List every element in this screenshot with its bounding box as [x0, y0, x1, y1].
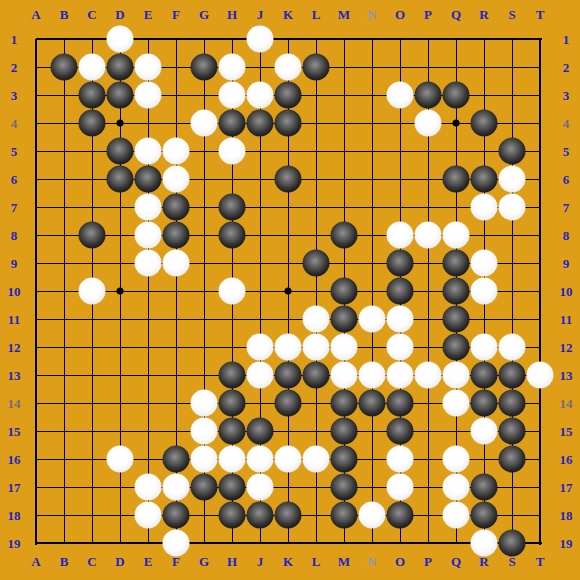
coord-label-left-10: 10	[8, 285, 21, 298]
stone-white-O16[interactable]	[387, 446, 414, 473]
stone-white-Q18[interactable]	[443, 502, 470, 529]
stone-black-Q9[interactable]	[443, 250, 470, 277]
coord-label-top-J: J	[257, 8, 264, 21]
coord-label-top-F: F	[172, 8, 180, 21]
coord-label-bottom-T: T	[536, 555, 545, 568]
star-point	[453, 120, 460, 127]
stone-black-S5[interactable]	[499, 138, 526, 165]
stone-white-E3[interactable]	[135, 82, 162, 109]
stone-black-D3[interactable]	[107, 82, 134, 109]
stone-black-F8[interactable]	[163, 222, 190, 249]
stone-black-O15[interactable]	[387, 418, 414, 445]
coord-label-bottom-P: P	[424, 555, 432, 568]
stone-white-F9[interactable]	[163, 250, 190, 277]
stone-white-E18[interactable]	[135, 502, 162, 529]
coord-label-left-16: 16	[8, 453, 21, 466]
coord-label-top-C: C	[87, 8, 96, 21]
stone-white-H2[interactable]	[219, 54, 246, 81]
grid-line-horizontal	[36, 542, 542, 544]
stone-white-T13[interactable]	[527, 362, 554, 389]
coord-label-left-7: 7	[11, 201, 18, 214]
stone-white-J13[interactable]	[247, 362, 274, 389]
stone-white-O3[interactable]	[387, 82, 414, 109]
stone-black-J4[interactable]	[247, 110, 274, 137]
coord-label-left-1: 1	[11, 33, 18, 46]
go-board[interactable]: AABBCCDDEEFFGGHHJJKKLLMMNNOOPPQQRRSSTT11…	[0, 0, 580, 580]
stone-black-H7[interactable]	[219, 194, 246, 221]
stone-black-R4[interactable]	[471, 110, 498, 137]
stone-black-K18[interactable]	[275, 502, 302, 529]
stone-white-C10[interactable]	[79, 278, 106, 305]
stone-black-S15[interactable]	[499, 418, 526, 445]
stone-white-Q8[interactable]	[443, 222, 470, 249]
stone-white-G14[interactable]	[191, 390, 218, 417]
coord-label-bottom-D: D	[115, 555, 124, 568]
stone-black-S14[interactable]	[499, 390, 526, 417]
coord-label-top-R: R	[479, 8, 488, 21]
stone-white-R7[interactable]	[471, 194, 498, 221]
coord-label-right-14: 14	[560, 397, 573, 410]
stone-white-C2[interactable]	[79, 54, 106, 81]
stone-black-H4[interactable]	[219, 110, 246, 137]
coord-label-top-M: M	[338, 8, 350, 21]
stone-white-H5[interactable]	[219, 138, 246, 165]
coord-label-top-O: O	[395, 8, 405, 21]
stone-black-K4[interactable]	[275, 110, 302, 137]
coord-label-top-P: P	[424, 8, 432, 21]
stone-black-K3[interactable]	[275, 82, 302, 109]
coord-label-top-T: T	[536, 8, 545, 21]
coord-label-right-7: 7	[563, 201, 570, 214]
coord-label-right-2: 2	[563, 61, 570, 74]
stone-white-R19[interactable]	[471, 530, 498, 557]
stone-black-R13[interactable]	[471, 362, 498, 389]
stone-black-E6[interactable]	[135, 166, 162, 193]
coord-label-top-D: D	[115, 8, 124, 21]
stone-white-R9[interactable]	[471, 250, 498, 277]
coord-label-right-17: 17	[560, 481, 573, 494]
coord-label-left-2: 2	[11, 61, 18, 74]
stone-black-F7[interactable]	[163, 194, 190, 221]
stone-white-R12[interactable]	[471, 334, 498, 361]
coord-label-right-6: 6	[563, 173, 570, 186]
coord-label-left-18: 18	[8, 509, 21, 522]
stone-white-J17[interactable]	[247, 474, 274, 501]
stone-black-S19[interactable]	[499, 530, 526, 557]
stone-white-H16[interactable]	[219, 446, 246, 473]
coord-label-bottom-C: C	[87, 555, 96, 568]
stone-black-M14[interactable]	[331, 390, 358, 417]
stone-white-E8[interactable]	[135, 222, 162, 249]
coord-label-right-12: 12	[560, 341, 573, 354]
coord-label-left-8: 8	[11, 229, 18, 242]
stone-white-O12[interactable]	[387, 334, 414, 361]
stone-black-M17[interactable]	[331, 474, 358, 501]
stone-white-S7[interactable]	[499, 194, 526, 221]
stone-black-F18[interactable]	[163, 502, 190, 529]
stone-white-J16[interactable]	[247, 446, 274, 473]
coord-label-bottom-O: O	[395, 555, 405, 568]
stone-black-L13[interactable]	[303, 362, 330, 389]
stone-white-G4[interactable]	[191, 110, 218, 137]
stone-white-H10[interactable]	[219, 278, 246, 305]
stone-black-M16[interactable]	[331, 446, 358, 473]
coord-label-bottom-Q: Q	[451, 555, 461, 568]
stone-white-S12[interactable]	[499, 334, 526, 361]
stone-white-M12[interactable]	[331, 334, 358, 361]
coord-label-right-3: 3	[563, 89, 570, 102]
coord-label-bottom-G: G	[199, 555, 209, 568]
coord-label-top-K: K	[283, 8, 293, 21]
stone-black-M10[interactable]	[331, 278, 358, 305]
stone-black-N14[interactable]	[359, 390, 386, 417]
coord-label-left-12: 12	[8, 341, 21, 354]
stone-black-O18[interactable]	[387, 502, 414, 529]
coord-label-right-5: 5	[563, 145, 570, 158]
stone-white-E2[interactable]	[135, 54, 162, 81]
stone-black-M8[interactable]	[331, 222, 358, 249]
stone-white-G16[interactable]	[191, 446, 218, 473]
stone-white-Q17[interactable]	[443, 474, 470, 501]
coord-label-bottom-M: M	[338, 555, 350, 568]
grid-line-horizontal	[36, 431, 541, 432]
coord-label-top-B: B	[60, 8, 69, 21]
coord-label-right-11: 11	[560, 313, 572, 326]
star-point	[285, 288, 292, 295]
stone-black-G2[interactable]	[191, 54, 218, 81]
stone-white-O8[interactable]	[387, 222, 414, 249]
stone-white-P4[interactable]	[415, 110, 442, 137]
stone-white-F5[interactable]	[163, 138, 190, 165]
stone-white-G15[interactable]	[191, 418, 218, 445]
grid-line-vertical	[539, 39, 541, 545]
stone-black-C3[interactable]	[79, 82, 106, 109]
coord-label-right-4: 4	[563, 117, 570, 130]
coord-label-right-13: 13	[560, 369, 573, 382]
stone-white-Q14[interactable]	[443, 390, 470, 417]
stone-black-S16[interactable]	[499, 446, 526, 473]
coord-label-left-13: 13	[8, 369, 21, 382]
stone-black-H14[interactable]	[219, 390, 246, 417]
stone-white-Q16[interactable]	[443, 446, 470, 473]
coord-label-right-19: 19	[560, 537, 573, 550]
stone-white-O17[interactable]	[387, 474, 414, 501]
stone-black-B2[interactable]	[51, 54, 78, 81]
stone-white-N13[interactable]	[359, 362, 386, 389]
stone-black-O9[interactable]	[387, 250, 414, 277]
stone-white-P13[interactable]	[415, 362, 442, 389]
stone-white-F6[interactable]	[163, 166, 190, 193]
stone-white-E7[interactable]	[135, 194, 162, 221]
coord-label-bottom-N: N	[367, 555, 376, 568]
stone-black-C8[interactable]	[79, 222, 106, 249]
stone-black-Q10[interactable]	[443, 278, 470, 305]
stone-white-O13[interactable]	[387, 362, 414, 389]
coord-label-bottom-L: L	[312, 555, 321, 568]
coord-label-bottom-E: E	[144, 555, 153, 568]
coord-label-right-18: 18	[560, 509, 573, 522]
stone-white-K16[interactable]	[275, 446, 302, 473]
stone-white-N18[interactable]	[359, 502, 386, 529]
stone-white-O11[interactable]	[387, 306, 414, 333]
coord-label-left-3: 3	[11, 89, 18, 102]
stone-white-K2[interactable]	[275, 54, 302, 81]
coord-label-left-15: 15	[8, 425, 21, 438]
stone-black-R6[interactable]	[471, 166, 498, 193]
stone-white-K12[interactable]	[275, 334, 302, 361]
stone-black-D5[interactable]	[107, 138, 134, 165]
stone-white-H3[interactable]	[219, 82, 246, 109]
stone-white-R10[interactable]	[471, 278, 498, 305]
stone-white-E5[interactable]	[135, 138, 162, 165]
stone-white-D1[interactable]	[107, 26, 134, 53]
stone-black-F16[interactable]	[163, 446, 190, 473]
coord-label-top-N: N	[367, 8, 376, 21]
coord-label-bottom-H: H	[227, 555, 237, 568]
stone-white-N11[interactable]	[359, 306, 386, 333]
coord-label-top-E: E	[144, 8, 153, 21]
coord-label-left-5: 5	[11, 145, 18, 158]
coord-label-left-4: 4	[11, 117, 18, 130]
stone-black-S13[interactable]	[499, 362, 526, 389]
coord-label-right-8: 8	[563, 229, 570, 242]
stone-black-C4[interactable]	[79, 110, 106, 137]
stone-white-J1[interactable]	[247, 26, 274, 53]
stone-black-H15[interactable]	[219, 418, 246, 445]
coord-label-right-1: 1	[563, 33, 570, 46]
stone-black-M18[interactable]	[331, 502, 358, 529]
stone-black-K13[interactable]	[275, 362, 302, 389]
coord-label-left-6: 6	[11, 173, 18, 186]
stone-black-D2[interactable]	[107, 54, 134, 81]
coord-label-bottom-J: J	[257, 555, 264, 568]
stone-black-O10[interactable]	[387, 278, 414, 305]
stone-white-P8[interactable]	[415, 222, 442, 249]
stone-white-L12[interactable]	[303, 334, 330, 361]
stone-white-L11[interactable]	[303, 306, 330, 333]
stone-black-H18[interactable]	[219, 502, 246, 529]
stone-white-E17[interactable]	[135, 474, 162, 501]
coord-label-top-Q: Q	[451, 8, 461, 21]
stone-black-Q6[interactable]	[443, 166, 470, 193]
stone-black-J18[interactable]	[247, 502, 274, 529]
star-point	[117, 120, 124, 127]
coord-label-bottom-B: B	[60, 555, 69, 568]
coord-label-left-11: 11	[8, 313, 20, 326]
stone-white-R15[interactable]	[471, 418, 498, 445]
stone-black-K6[interactable]	[275, 166, 302, 193]
stone-white-Q13[interactable]	[443, 362, 470, 389]
stone-black-R18[interactable]	[471, 502, 498, 529]
coord-label-left-17: 17	[8, 481, 21, 494]
coord-label-right-15: 15	[560, 425, 573, 438]
coord-label-left-14: 14	[8, 397, 21, 410]
coord-label-left-19: 19	[8, 537, 21, 550]
star-point	[117, 288, 124, 295]
coord-label-right-16: 16	[560, 453, 573, 466]
stone-white-M13[interactable]	[331, 362, 358, 389]
stone-white-L16[interactable]	[303, 446, 330, 473]
grid-line-vertical	[372, 39, 373, 544]
stone-white-F19[interactable]	[163, 530, 190, 557]
stone-black-H8[interactable]	[219, 222, 246, 249]
grid-line-vertical	[35, 39, 37, 545]
stone-black-P3[interactable]	[415, 82, 442, 109]
stone-black-R14[interactable]	[471, 390, 498, 417]
stone-black-L2[interactable]	[303, 54, 330, 81]
stone-black-O14[interactable]	[387, 390, 414, 417]
stone-black-R17[interactable]	[471, 474, 498, 501]
stone-black-D6[interactable]	[107, 166, 134, 193]
coord-label-top-H: H	[227, 8, 237, 21]
stone-black-H17[interactable]	[219, 474, 246, 501]
coord-label-bottom-K: K	[283, 555, 293, 568]
coord-label-left-9: 9	[11, 257, 18, 270]
stone-white-J3[interactable]	[247, 82, 274, 109]
stone-black-M11[interactable]	[331, 306, 358, 333]
coord-label-right-10: 10	[560, 285, 573, 298]
coord-label-bottom-A: A	[31, 555, 40, 568]
stone-black-Q3[interactable]	[443, 82, 470, 109]
stone-white-J12[interactable]	[247, 334, 274, 361]
stone-black-L9[interactable]	[303, 250, 330, 277]
stone-white-S6[interactable]	[499, 166, 526, 193]
coord-label-top-G: G	[199, 8, 209, 21]
stone-black-J15[interactable]	[247, 418, 274, 445]
stone-black-Q11[interactable]	[443, 306, 470, 333]
coord-label-top-S: S	[508, 8, 515, 21]
stone-black-Q12[interactable]	[443, 334, 470, 361]
stone-white-D16[interactable]	[107, 446, 134, 473]
coord-label-top-L: L	[312, 8, 321, 21]
coord-label-top-A: A	[31, 8, 40, 21]
stone-black-G17[interactable]	[191, 474, 218, 501]
stone-black-M15[interactable]	[331, 418, 358, 445]
stone-black-K14[interactable]	[275, 390, 302, 417]
stone-white-E9[interactable]	[135, 250, 162, 277]
coord-label-right-9: 9	[563, 257, 570, 270]
stone-black-H13[interactable]	[219, 362, 246, 389]
stone-white-F17[interactable]	[163, 474, 190, 501]
